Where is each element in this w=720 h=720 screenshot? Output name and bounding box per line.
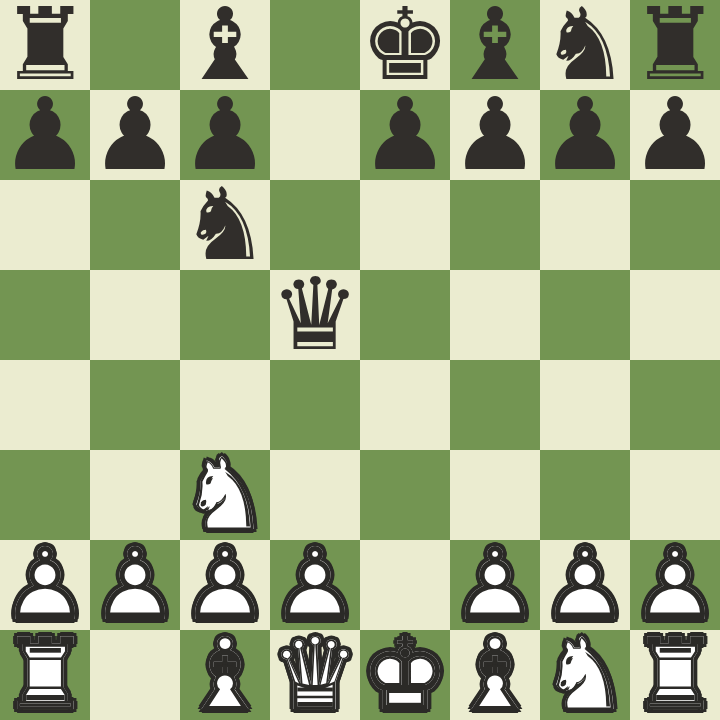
square-d6[interactable] <box>270 180 360 270</box>
square-g6[interactable] <box>540 180 630 270</box>
square-e3[interactable] <box>360 450 450 540</box>
square-a4[interactable] <box>0 360 90 450</box>
piece-white-knight[interactable]: ♞♘ <box>180 450 270 540</box>
square-h1[interactable]: ♜♖ <box>630 630 720 720</box>
square-d7[interactable] <box>270 90 360 180</box>
white-pawn-glyph: ♟ <box>630 540 720 630</box>
square-c3[interactable]: ♞♘ <box>180 450 270 540</box>
piece-white-pawn[interactable]: ♟♙ <box>450 540 540 630</box>
square-a2[interactable]: ♟♙ <box>0 540 90 630</box>
black-pawn-glyph: ♟ <box>90 90 180 180</box>
square-c4[interactable] <box>180 360 270 450</box>
piece-white-knight[interactable]: ♞♘ <box>540 630 630 720</box>
white-rook-glyph: ♜ <box>0 630 90 720</box>
square-e8[interactable]: ♚ <box>360 0 450 90</box>
square-b6[interactable] <box>90 180 180 270</box>
piece-black-knight[interactable]: ♞ <box>540 0 630 90</box>
piece-black-rook[interactable]: ♜ <box>0 0 90 90</box>
square-e4[interactable] <box>360 360 450 450</box>
black-bishop-glyph: ♝ <box>450 0 540 90</box>
square-g3[interactable] <box>540 450 630 540</box>
black-pawn-glyph: ♟ <box>450 90 540 180</box>
piece-white-pawn[interactable]: ♟♙ <box>90 540 180 630</box>
square-c1[interactable]: ♝♗ <box>180 630 270 720</box>
white-pawn-outline-glyph: ♙ <box>270 540 360 630</box>
square-a1[interactable]: ♜♖ <box>0 630 90 720</box>
square-f5[interactable] <box>450 270 540 360</box>
square-h7[interactable]: ♟ <box>630 90 720 180</box>
white-knight-glyph: ♞ <box>180 450 270 540</box>
piece-black-knight[interactable]: ♞ <box>180 180 270 270</box>
piece-white-queen[interactable]: ♛♕ <box>270 630 360 720</box>
black-rook-glyph: ♜ <box>0 0 90 90</box>
square-g2[interactable]: ♟♙ <box>540 540 630 630</box>
white-knight-glyph: ♞ <box>540 630 630 720</box>
square-a8[interactable]: ♜ <box>0 0 90 90</box>
piece-black-pawn[interactable]: ♟ <box>360 90 450 180</box>
square-h8[interactable]: ♜ <box>630 0 720 90</box>
white-pawn-glyph: ♟ <box>270 540 360 630</box>
square-f4[interactable] <box>450 360 540 450</box>
square-d2[interactable]: ♟♙ <box>270 540 360 630</box>
square-b8[interactable] <box>90 0 180 90</box>
square-e5[interactable] <box>360 270 450 360</box>
black-pawn-glyph: ♟ <box>180 90 270 180</box>
white-queen-outline-glyph: ♕ <box>270 630 360 720</box>
white-pawn-glyph: ♟ <box>540 540 630 630</box>
square-a3[interactable] <box>0 450 90 540</box>
square-g1[interactable]: ♞♘ <box>540 630 630 720</box>
square-c6[interactable]: ♞ <box>180 180 270 270</box>
square-h3[interactable] <box>630 450 720 540</box>
piece-black-bishop[interactable]: ♝ <box>450 0 540 90</box>
square-f3[interactable] <box>450 450 540 540</box>
white-pawn-outline-glyph: ♙ <box>540 540 630 630</box>
piece-black-king[interactable]: ♚ <box>360 0 450 90</box>
white-pawn-glyph: ♟ <box>90 540 180 630</box>
square-a6[interactable] <box>0 180 90 270</box>
square-b2[interactable]: ♟♙ <box>90 540 180 630</box>
white-bishop-glyph: ♝ <box>450 630 540 720</box>
black-knight-glyph: ♞ <box>180 180 270 270</box>
square-f2[interactable]: ♟♙ <box>450 540 540 630</box>
piece-black-pawn[interactable]: ♟ <box>540 90 630 180</box>
square-e2[interactable] <box>360 540 450 630</box>
piece-black-rook[interactable]: ♜ <box>630 0 720 90</box>
square-f1[interactable]: ♝♗ <box>450 630 540 720</box>
white-pawn-outline-glyph: ♙ <box>90 540 180 630</box>
piece-black-pawn[interactable]: ♟ <box>630 90 720 180</box>
black-king-glyph: ♚ <box>360 0 450 90</box>
white-pawn-glyph: ♟ <box>450 540 540 630</box>
square-f7[interactable]: ♟ <box>450 90 540 180</box>
white-pawn-outline-glyph: ♙ <box>180 540 270 630</box>
square-b4[interactable] <box>90 360 180 450</box>
square-b5[interactable] <box>90 270 180 360</box>
white-rook-glyph: ♜ <box>630 630 720 720</box>
white-bishop-outline-glyph: ♗ <box>180 630 270 720</box>
square-d5[interactable]: ♛ <box>270 270 360 360</box>
piece-white-bishop[interactable]: ♝♗ <box>450 630 540 720</box>
piece-white-bishop[interactable]: ♝♗ <box>180 630 270 720</box>
square-c8[interactable]: ♝ <box>180 0 270 90</box>
piece-white-rook[interactable]: ♜♖ <box>0 630 90 720</box>
chess-board: ♜♝♚♝♞♜♟♟♟♟♟♟♟♞♛♞♘♟♙♟♙♟♙♟♙♟♙♟♙♟♙♜♖♝♗♛♕♚♔♝… <box>0 0 720 720</box>
white-queen-glyph: ♛ <box>270 630 360 720</box>
piece-black-pawn[interactable]: ♟ <box>90 90 180 180</box>
piece-white-rook[interactable]: ♜♖ <box>630 630 720 720</box>
square-c7[interactable]: ♟ <box>180 90 270 180</box>
square-c5[interactable] <box>180 270 270 360</box>
square-h4[interactable] <box>630 360 720 450</box>
square-g5[interactable] <box>540 270 630 360</box>
white-bishop-glyph: ♝ <box>180 630 270 720</box>
piece-black-pawn[interactable]: ♟ <box>450 90 540 180</box>
square-e1[interactable]: ♚♔ <box>360 630 450 720</box>
black-rook-glyph: ♜ <box>630 0 720 90</box>
white-knight-outline-glyph: ♘ <box>180 450 270 540</box>
square-d4[interactable] <box>270 360 360 450</box>
piece-white-pawn[interactable]: ♟♙ <box>270 540 360 630</box>
white-knight-outline-glyph: ♘ <box>540 630 630 720</box>
white-pawn-glyph: ♟ <box>0 540 90 630</box>
square-d8[interactable] <box>270 0 360 90</box>
white-king-outline-glyph: ♔ <box>360 630 450 720</box>
piece-black-pawn[interactable]: ♟ <box>180 90 270 180</box>
black-bishop-glyph: ♝ <box>180 0 270 90</box>
square-g4[interactable] <box>540 360 630 450</box>
white-rook-outline-glyph: ♖ <box>0 630 90 720</box>
piece-white-pawn[interactable]: ♟♙ <box>540 540 630 630</box>
square-e7[interactable]: ♟ <box>360 90 450 180</box>
square-h2[interactable]: ♟♙ <box>630 540 720 630</box>
black-knight-glyph: ♞ <box>540 0 630 90</box>
square-b7[interactable]: ♟ <box>90 90 180 180</box>
square-b3[interactable] <box>90 450 180 540</box>
square-h5[interactable] <box>630 270 720 360</box>
square-g7[interactable]: ♟ <box>540 90 630 180</box>
black-pawn-glyph: ♟ <box>0 90 90 180</box>
square-c2[interactable]: ♟♙ <box>180 540 270 630</box>
black-queen-glyph: ♛ <box>270 270 360 360</box>
square-e6[interactable] <box>360 180 450 270</box>
square-b1[interactable] <box>90 630 180 720</box>
piece-white-pawn[interactable]: ♟♙ <box>180 540 270 630</box>
white-bishop-outline-glyph: ♗ <box>450 630 540 720</box>
black-pawn-glyph: ♟ <box>360 90 450 180</box>
piece-white-pawn[interactable]: ♟♙ <box>630 540 720 630</box>
piece-black-bishop[interactable]: ♝ <box>180 0 270 90</box>
white-pawn-outline-glyph: ♙ <box>450 540 540 630</box>
piece-black-queen[interactable]: ♛ <box>270 270 360 360</box>
white-pawn-outline-glyph: ♙ <box>630 540 720 630</box>
piece-white-pawn[interactable]: ♟♙ <box>0 540 90 630</box>
square-a7[interactable]: ♟ <box>0 90 90 180</box>
square-f8[interactable]: ♝ <box>450 0 540 90</box>
piece-white-king[interactable]: ♚♔ <box>360 630 450 720</box>
white-king-glyph: ♚ <box>360 630 450 720</box>
square-f6[interactable] <box>450 180 540 270</box>
white-pawn-glyph: ♟ <box>180 540 270 630</box>
piece-black-pawn[interactable]: ♟ <box>0 90 90 180</box>
square-d3[interactable] <box>270 450 360 540</box>
black-pawn-glyph: ♟ <box>540 90 630 180</box>
white-pawn-outline-glyph: ♙ <box>0 540 90 630</box>
square-a5[interactable] <box>0 270 90 360</box>
black-pawn-glyph: ♟ <box>630 90 720 180</box>
square-h6[interactable] <box>630 180 720 270</box>
white-rook-outline-glyph: ♖ <box>630 630 720 720</box>
square-g8[interactable]: ♞ <box>540 0 630 90</box>
square-d1[interactable]: ♛♕ <box>270 630 360 720</box>
